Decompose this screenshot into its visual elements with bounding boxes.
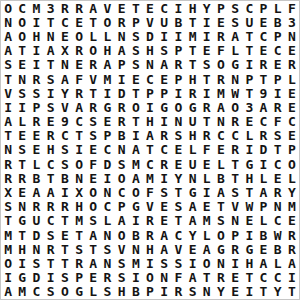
- grid-cell-r18c2[interactable]: H: [15, 242, 29, 256]
- grid-cell-r9c20[interactable]: F: [271, 115, 285, 129]
- grid-cell-r15c9[interactable]: P: [115, 200, 129, 214]
- grid-cell-r21c4[interactable]: S: [44, 285, 58, 299]
- grid-cell-r5c20[interactable]: E: [271, 58, 285, 72]
- grid-cell-r6c14[interactable]: H: [185, 72, 199, 86]
- grid-cell-r19c12[interactable]: S: [157, 256, 171, 270]
- grid-cell-r9c10[interactable]: T: [129, 115, 143, 129]
- grid-cell-r13c21[interactable]: L: [285, 171, 299, 185]
- grid-cell-r18c12[interactable]: A: [157, 242, 171, 256]
- grid-cell-r19c2[interactable]: I: [15, 256, 29, 270]
- grid-cell-r2c1[interactable]: N: [1, 15, 15, 29]
- grid-cell-r3c21[interactable]: N: [285, 29, 299, 43]
- grid-cell-r15c5[interactable]: R: [58, 200, 72, 214]
- grid-cell-r21c2[interactable]: M: [15, 285, 29, 299]
- grid-cell-r3c16[interactable]: R: [214, 29, 228, 43]
- grid-cell-r18c13[interactable]: V: [171, 242, 185, 256]
- grid-cell-r16c21[interactable]: E: [285, 214, 299, 228]
- grid-cell-r15c10[interactable]: G: [129, 200, 143, 214]
- grid-cell-r3c11[interactable]: D: [143, 29, 157, 43]
- grid-cell-r15c2[interactable]: N: [15, 200, 29, 214]
- grid-cell-r9c5[interactable]: 9: [58, 115, 72, 129]
- grid-cell-r16c19[interactable]: L: [256, 214, 270, 228]
- grid-cell-r9c17[interactable]: R: [228, 115, 242, 129]
- grid-cell-r18c3[interactable]: N: [29, 242, 43, 256]
- grid-cell-r5c1[interactable]: S: [1, 58, 15, 72]
- grid-cell-r7c18[interactable]: T: [242, 86, 256, 100]
- grid-cell-r18c6[interactable]: S: [72, 242, 86, 256]
- grid-cell-r15c6[interactable]: H: [72, 200, 86, 214]
- grid-cell-r1c18[interactable]: C: [242, 1, 256, 15]
- grid-cell-r11c9[interactable]: N: [115, 143, 129, 157]
- grid-cell-r8c14[interactable]: G: [185, 100, 199, 114]
- grid-cell-r17c16[interactable]: O: [214, 228, 228, 242]
- grid-cell-r17c18[interactable]: I: [242, 228, 256, 242]
- grid-cell-r17c1[interactable]: M: [1, 228, 15, 242]
- grid-cell-r7c5[interactable]: Y: [58, 86, 72, 100]
- grid-cell-r15c12[interactable]: E: [157, 200, 171, 214]
- grid-cell-r1c7[interactable]: A: [86, 1, 100, 15]
- grid-cell-r12c5[interactable]: S: [58, 157, 72, 171]
- grid-cell-r13c2[interactable]: R: [15, 171, 29, 185]
- grid-cell-r19c4[interactable]: T: [44, 256, 58, 270]
- grid-cell-r18c18[interactable]: G: [242, 242, 256, 256]
- grid-cell-r5c6[interactable]: E: [72, 58, 86, 72]
- grid-cell-r1c21[interactable]: F: [285, 1, 299, 15]
- grid-cell-r8c16[interactable]: A: [214, 100, 228, 114]
- grid-cell-r20c14[interactable]: A: [185, 271, 199, 285]
- grid-cell-r20c16[interactable]: R: [214, 271, 228, 285]
- grid-cell-r8c20[interactable]: R: [271, 100, 285, 114]
- grid-cell-r15c11[interactable]: V: [143, 200, 157, 214]
- grid-cell-r15c20[interactable]: N: [271, 200, 285, 214]
- grid-cell-r10c14[interactable]: H: [185, 129, 199, 143]
- grid-cell-r14c20[interactable]: R: [271, 185, 285, 199]
- grid-cell-r19c20[interactable]: L: [271, 256, 285, 270]
- grid-cell-r2c2[interactable]: O: [15, 15, 29, 29]
- grid-cell-r15c13[interactable]: S: [171, 200, 185, 214]
- grid-cell-r15c18[interactable]: W: [242, 200, 256, 214]
- grid-cell-r15c14[interactable]: A: [185, 200, 199, 214]
- grid-cell-r11c2[interactable]: S: [15, 143, 29, 157]
- grid-cell-r4c5[interactable]: X: [58, 44, 72, 58]
- grid-cell-r10c6[interactable]: T: [72, 129, 86, 143]
- grid-cell-r2c7[interactable]: T: [86, 15, 100, 29]
- grid-cell-r21c9[interactable]: H: [115, 285, 129, 299]
- grid-cell-r20c9[interactable]: S: [115, 271, 129, 285]
- grid-cell-r1c20[interactable]: L: [271, 1, 285, 15]
- grid-cell-r19c13[interactable]: S: [171, 256, 185, 270]
- grid-cell-r11c11[interactable]: T: [143, 143, 157, 157]
- grid-cell-r2c17[interactable]: S: [228, 15, 242, 29]
- grid-cell-r21c6[interactable]: G: [72, 285, 86, 299]
- grid-cell-r20c15[interactable]: T: [200, 271, 214, 285]
- grid-cell-r8c21[interactable]: E: [285, 100, 299, 114]
- grid-cell-r5c13[interactable]: R: [171, 58, 185, 72]
- grid-cell-r14c1[interactable]: X: [1, 185, 15, 199]
- grid-cell-r18c11[interactable]: H: [143, 242, 157, 256]
- grid-cell-r3c6[interactable]: O: [72, 29, 86, 43]
- grid-cell-r12c20[interactable]: C: [271, 157, 285, 171]
- grid-cell-r7c1[interactable]: V: [1, 86, 15, 100]
- grid-cell-r12c16[interactable]: L: [214, 157, 228, 171]
- grid-cell-r13c12[interactable]: I: [157, 171, 171, 185]
- grid-cell-r9c6[interactable]: C: [72, 115, 86, 129]
- grid-cell-r12c9[interactable]: S: [115, 157, 129, 171]
- grid-cell-r5c18[interactable]: I: [242, 58, 256, 72]
- grid-cell-r10c4[interactable]: R: [44, 129, 58, 143]
- grid-cell-r19c14[interactable]: I: [185, 256, 199, 270]
- grid-cell-r17c9[interactable]: O: [115, 228, 129, 242]
- grid-cell-r9c2[interactable]: L: [15, 115, 29, 129]
- grid-cell-r10c13[interactable]: S: [171, 129, 185, 143]
- grid-cell-r9c11[interactable]: H: [143, 115, 157, 129]
- grid-cell-r3c3[interactable]: H: [29, 29, 43, 43]
- grid-cell-r19c18[interactable]: H: [242, 256, 256, 270]
- grid-cell-r5c2[interactable]: E: [15, 58, 29, 72]
- grid-cell-r9c7[interactable]: S: [86, 115, 100, 129]
- grid-cell-r2c16[interactable]: E: [214, 15, 228, 29]
- grid-cell-r12c4[interactable]: C: [44, 157, 58, 171]
- grid-cell-r7c19[interactable]: 9: [256, 86, 270, 100]
- grid-cell-r14c14[interactable]: G: [185, 185, 199, 199]
- grid-cell-r6c16[interactable]: R: [214, 72, 228, 86]
- grid-cell-r1c17[interactable]: S: [228, 1, 242, 15]
- grid-cell-r1c15[interactable]: Y: [200, 1, 214, 15]
- grid-cell-r11c7[interactable]: E: [86, 143, 100, 157]
- grid-cell-r2c19[interactable]: E: [256, 15, 270, 29]
- grid-cell-r4c20[interactable]: C: [271, 44, 285, 58]
- grid-cell-r21c5[interactable]: O: [58, 285, 72, 299]
- grid-cell-r20c8[interactable]: R: [100, 271, 114, 285]
- grid-cell-r21c11[interactable]: P: [143, 285, 157, 299]
- grid-cell-r16c17[interactable]: N: [228, 214, 242, 228]
- grid-cell-r12c19[interactable]: I: [256, 157, 270, 171]
- grid-cell-r4c2[interactable]: T: [15, 44, 29, 58]
- grid-cell-r7c2[interactable]: S: [15, 86, 29, 100]
- grid-cell-r21c19[interactable]: T: [256, 285, 270, 299]
- grid-cell-r20c10[interactable]: I: [129, 271, 143, 285]
- grid-cell-r17c21[interactable]: R: [285, 228, 299, 242]
- grid-cell-r14c10[interactable]: O: [129, 185, 143, 199]
- grid-cell-r15c1[interactable]: S: [1, 200, 15, 214]
- grid-cell-r3c7[interactable]: L: [86, 29, 100, 43]
- grid-cell-r16c5[interactable]: T: [58, 214, 72, 228]
- grid-cell-r15c3[interactable]: R: [29, 200, 43, 214]
- grid-cell-r10c11[interactable]: A: [143, 129, 157, 143]
- grid-cell-r2c18[interactable]: U: [242, 15, 256, 29]
- grid-cell-r11c16[interactable]: E: [214, 143, 228, 157]
- grid-cell-r13c8[interactable]: I: [100, 171, 114, 185]
- grid-cell-r17c4[interactable]: S: [44, 228, 58, 242]
- grid-cell-r4c18[interactable]: T: [242, 44, 256, 58]
- grid-cell-r14c2[interactable]: E: [15, 185, 29, 199]
- grid-cell-r13c17[interactable]: T: [228, 171, 242, 185]
- grid-cell-r10c18[interactable]: L: [242, 129, 256, 143]
- grid-cell-r16c1[interactable]: T: [1, 214, 15, 228]
- grid-cell-r7c17[interactable]: W: [228, 86, 242, 100]
- grid-cell-r21c12[interactable]: I: [157, 285, 171, 299]
- grid-cell-r7c14[interactable]: R: [185, 86, 199, 100]
- grid-cell-r17c20[interactable]: W: [271, 228, 285, 242]
- grid-cell-r16c12[interactable]: E: [157, 214, 171, 228]
- grid-cell-r13c10[interactable]: A: [129, 171, 143, 185]
- grid-cell-r19c16[interactable]: N: [214, 256, 228, 270]
- grid-cell-r4c13[interactable]: P: [171, 44, 185, 58]
- grid-cell-r3c15[interactable]: I: [200, 29, 214, 43]
- grid-cell-r8c4[interactable]: S: [44, 100, 58, 114]
- grid-cell-r11c8[interactable]: C: [100, 143, 114, 157]
- grid-cell-r1c10[interactable]: T: [129, 1, 143, 15]
- grid-cell-r11c6[interactable]: I: [72, 143, 86, 157]
- grid-cell-r8c12[interactable]: G: [157, 100, 171, 114]
- grid-cell-r4c1[interactable]: A: [1, 44, 15, 58]
- grid-cell-r20c13[interactable]: F: [171, 271, 185, 285]
- grid-cell-r16c11[interactable]: R: [143, 214, 157, 228]
- grid-cell-r10c7[interactable]: S: [86, 129, 100, 143]
- grid-cell-r2c8[interactable]: O: [100, 15, 114, 29]
- grid-cell-r14c18[interactable]: T: [242, 185, 256, 199]
- grid-cell-r7c9[interactable]: D: [115, 86, 129, 100]
- grid-cell-r18c16[interactable]: G: [214, 242, 228, 256]
- grid-cell-r5c10[interactable]: S: [129, 58, 143, 72]
- grid-cell-r4c15[interactable]: E: [200, 44, 214, 58]
- grid-cell-r5c8[interactable]: A: [100, 58, 114, 72]
- grid-cell-r3c17[interactable]: A: [228, 29, 242, 43]
- grid-cell-r8c8[interactable]: G: [100, 100, 114, 114]
- grid-cell-r2c12[interactable]: U: [157, 15, 171, 29]
- grid-cell-r7c7[interactable]: T: [86, 86, 100, 100]
- grid-cell-r6c1[interactable]: T: [1, 72, 15, 86]
- grid-cell-r17c6[interactable]: T: [72, 228, 86, 242]
- grid-cell-r11c21[interactable]: P: [285, 143, 299, 157]
- grid-cell-r10c8[interactable]: P: [100, 129, 114, 143]
- grid-cell-r14c5[interactable]: I: [58, 185, 72, 199]
- grid-cell-r19c9[interactable]: S: [115, 256, 129, 270]
- grid-cell-r3c14[interactable]: M: [185, 29, 199, 43]
- grid-cell-r3c12[interactable]: I: [157, 29, 171, 43]
- grid-cell-r7c12[interactable]: P: [157, 86, 171, 100]
- grid-cell-r1c5[interactable]: R: [58, 1, 72, 15]
- grid-cell-r19c8[interactable]: N: [100, 256, 114, 270]
- grid-cell-r15c17[interactable]: V: [228, 200, 242, 214]
- grid-cell-r21c20[interactable]: Y: [271, 285, 285, 299]
- grid-cell-r5c5[interactable]: N: [58, 58, 72, 72]
- grid-cell-r7c20[interactable]: I: [271, 86, 285, 100]
- grid-cell-r17c5[interactable]: E: [58, 228, 72, 242]
- grid-cell-r6c12[interactable]: E: [157, 72, 171, 86]
- grid-cell-r17c19[interactable]: B: [256, 228, 270, 242]
- grid-cell-r12c2[interactable]: T: [15, 157, 29, 171]
- grid-cell-r12c8[interactable]: D: [100, 157, 114, 171]
- grid-cell-r9c19[interactable]: C: [256, 115, 270, 129]
- grid-cell-r1c1[interactable]: O: [1, 1, 15, 15]
- grid-cell-r10c17[interactable]: C: [228, 129, 242, 143]
- grid-cell-r3c10[interactable]: S: [129, 29, 143, 43]
- grid-cell-r8c15[interactable]: R: [200, 100, 214, 114]
- grid-cell-r18c14[interactable]: E: [185, 242, 199, 256]
- grid-cell-r3c19[interactable]: C: [256, 29, 270, 43]
- grid-cell-r16c4[interactable]: C: [44, 214, 58, 228]
- grid-cell-r15c7[interactable]: O: [86, 200, 100, 214]
- grid-cell-r15c4[interactable]: R: [44, 200, 58, 214]
- grid-cell-r14c4[interactable]: A: [44, 185, 58, 199]
- grid-cell-r8c13[interactable]: O: [171, 100, 185, 114]
- grid-cell-r3c1[interactable]: A: [1, 29, 15, 43]
- grid-cell-r11c17[interactable]: R: [228, 143, 242, 157]
- grid-cell-r14c7[interactable]: O: [86, 185, 100, 199]
- grid-cell-r6c9[interactable]: I: [115, 72, 129, 86]
- grid-cell-r2c6[interactable]: E: [72, 15, 86, 29]
- grid-cell-r10c16[interactable]: C: [214, 129, 228, 143]
- grid-cell-r4c16[interactable]: F: [214, 44, 228, 58]
- grid-cell-r6c4[interactable]: S: [44, 72, 58, 86]
- grid-cell-r8c7[interactable]: R: [86, 100, 100, 114]
- grid-cell-r13c4[interactable]: T: [44, 171, 58, 185]
- grid-cell-r12c14[interactable]: U: [185, 157, 199, 171]
- grid-cell-r2c15[interactable]: I: [200, 15, 214, 29]
- grid-cell-r3c4[interactable]: N: [44, 29, 58, 43]
- grid-cell-r2c9[interactable]: R: [115, 15, 129, 29]
- grid-cell-r7c11[interactable]: P: [143, 86, 157, 100]
- grid-cell-r21c14[interactable]: S: [185, 285, 199, 299]
- grid-cell-r9c3[interactable]: R: [29, 115, 43, 129]
- grid-cell-r11c18[interactable]: I: [242, 143, 256, 157]
- grid-cell-r8c9[interactable]: R: [115, 100, 129, 114]
- grid-cell-r8c11[interactable]: I: [143, 100, 157, 114]
- grid-cell-r18c15[interactable]: A: [200, 242, 214, 256]
- grid-cell-r4c4[interactable]: A: [44, 44, 58, 58]
- grid-cell-r13c16[interactable]: B: [214, 171, 228, 185]
- grid-cell-r11c15[interactable]: F: [200, 143, 214, 157]
- grid-cell-r11c20[interactable]: T: [271, 143, 285, 157]
- grid-cell-r5c4[interactable]: T: [44, 58, 58, 72]
- grid-cell-r8c5[interactable]: V: [58, 100, 72, 114]
- grid-cell-r19c11[interactable]: I: [143, 256, 157, 270]
- grid-cell-r7c15[interactable]: I: [200, 86, 214, 100]
- grid-cell-r13c3[interactable]: B: [29, 171, 43, 185]
- grid-cell-r8c3[interactable]: P: [29, 100, 43, 114]
- grid-cell-r21c21[interactable]: T: [285, 285, 299, 299]
- grid-cell-r5c17[interactable]: G: [228, 58, 242, 72]
- grid-cell-r9c4[interactable]: E: [44, 115, 58, 129]
- grid-cell-r14c9[interactable]: C: [115, 185, 129, 199]
- grid-cell-r13c15[interactable]: L: [200, 171, 214, 185]
- grid-cell-r14c21[interactable]: Y: [285, 185, 299, 199]
- grid-cell-r13c13[interactable]: Y: [171, 171, 185, 185]
- grid-cell-r4c6[interactable]: R: [72, 44, 86, 58]
- grid-cell-r6c8[interactable]: M: [100, 72, 114, 86]
- grid-cell-r21c16[interactable]: Y: [214, 285, 228, 299]
- grid-cell-r13c1[interactable]: R: [1, 171, 15, 185]
- grid-cell-r19c5[interactable]: T: [58, 256, 72, 270]
- grid-cell-r21c1[interactable]: A: [1, 285, 15, 299]
- grid-cell-r10c21[interactable]: E: [285, 129, 299, 143]
- grid-cell-r13c19[interactable]: L: [256, 171, 270, 185]
- grid-cell-r18c19[interactable]: E: [256, 242, 270, 256]
- grid-cell-r9c14[interactable]: U: [185, 115, 199, 129]
- grid-cell-r5c9[interactable]: P: [115, 58, 129, 72]
- grid-cell-r4c7[interactable]: O: [86, 44, 100, 58]
- grid-cell-r20c5[interactable]: S: [58, 271, 72, 285]
- grid-cell-r8c1[interactable]: I: [1, 100, 15, 114]
- grid-cell-r1c9[interactable]: E: [115, 1, 129, 15]
- grid-cell-r7c21[interactable]: E: [285, 86, 299, 100]
- grid-cell-r17c14[interactable]: Y: [185, 228, 199, 242]
- grid-cell-r2c10[interactable]: P: [129, 15, 143, 29]
- grid-cell-r4c14[interactable]: T: [185, 44, 199, 58]
- grid-cell-r17c17[interactable]: P: [228, 228, 242, 242]
- grid-cell-r18c21[interactable]: R: [285, 242, 299, 256]
- grid-cell-r19c15[interactable]: O: [200, 256, 214, 270]
- grid-cell-r13c20[interactable]: E: [271, 171, 285, 185]
- grid-cell-r3c5[interactable]: E: [58, 29, 72, 43]
- grid-cell-r9c18[interactable]: E: [242, 115, 256, 129]
- grid-cell-r5c19[interactable]: R: [256, 58, 270, 72]
- grid-cell-r10c9[interactable]: B: [115, 129, 129, 143]
- grid-cell-r9c1[interactable]: A: [1, 115, 15, 129]
- grid-cell-r18c9[interactable]: V: [115, 242, 129, 256]
- grid-cell-r21c18[interactable]: I: [242, 285, 256, 299]
- grid-cell-r15c15[interactable]: E: [200, 200, 214, 214]
- grid-cell-r4c8[interactable]: H: [100, 44, 114, 58]
- grid-cell-r10c5[interactable]: C: [58, 129, 72, 143]
- grid-cell-r5c21[interactable]: R: [285, 58, 299, 72]
- grid-cell-r15c16[interactable]: T: [214, 200, 228, 214]
- grid-cell-r18c17[interactable]: R: [228, 242, 242, 256]
- grid-cell-r3c9[interactable]: N: [115, 29, 129, 43]
- grid-cell-r1c3[interactable]: M: [29, 1, 43, 15]
- grid-cell-r4c9[interactable]: A: [115, 44, 129, 58]
- grid-cell-r19c17[interactable]: I: [228, 256, 242, 270]
- grid-cell-r19c19[interactable]: A: [256, 256, 270, 270]
- grid-cell-r18c7[interactable]: T: [86, 242, 100, 256]
- grid-cell-r10c3[interactable]: E: [29, 129, 43, 143]
- grid-cell-r20c3[interactable]: D: [29, 271, 43, 285]
- grid-cell-r12c12[interactable]: R: [157, 157, 171, 171]
- grid-cell-r1c13[interactable]: I: [171, 1, 185, 15]
- grid-cell-r7c13[interactable]: I: [171, 86, 185, 100]
- grid-cell-r6c19[interactable]: T: [256, 72, 270, 86]
- grid-cell-r13c7[interactable]: E: [86, 171, 100, 185]
- grid-cell-r21c7[interactable]: L: [86, 285, 100, 299]
- grid-cell-r1c4[interactable]: 3: [44, 1, 58, 15]
- grid-cell-r4c21[interactable]: E: [285, 44, 299, 58]
- grid-cell-r4c17[interactable]: L: [228, 44, 242, 58]
- grid-cell-r14c6[interactable]: X: [72, 185, 86, 199]
- grid-cell-r16c10[interactable]: I: [129, 214, 143, 228]
- grid-cell-r8c10[interactable]: O: [129, 100, 143, 114]
- grid-cell-r20c18[interactable]: T: [242, 271, 256, 285]
- grid-cell-r14c12[interactable]: S: [157, 185, 171, 199]
- grid-cell-r2c21[interactable]: 3: [285, 15, 299, 29]
- grid-cell-r3c18[interactable]: T: [242, 29, 256, 43]
- grid-cell-r6c18[interactable]: P: [242, 72, 256, 86]
- grid-cell-r16c3[interactable]: U: [29, 214, 43, 228]
- grid-cell-r21c10[interactable]: B: [129, 285, 143, 299]
- grid-cell-r7c3[interactable]: S: [29, 86, 43, 100]
- grid-cell-r17c2[interactable]: T: [15, 228, 29, 242]
- grid-cell-r14c19[interactable]: A: [256, 185, 270, 199]
- grid-cell-r20c7[interactable]: E: [86, 271, 100, 285]
- grid-cell-r13c14[interactable]: N: [185, 171, 199, 185]
- grid-cell-r20c2[interactable]: G: [15, 271, 29, 285]
- grid-cell-r16c18[interactable]: E: [242, 214, 256, 228]
- grid-cell-r19c21[interactable]: A: [285, 256, 299, 270]
- grid-cell-r4c19[interactable]: E: [256, 44, 270, 58]
- grid-cell-r9c13[interactable]: N: [171, 115, 185, 129]
- grid-cell-r6c15[interactable]: T: [200, 72, 214, 86]
- grid-cell-r21c8[interactable]: S: [100, 285, 114, 299]
